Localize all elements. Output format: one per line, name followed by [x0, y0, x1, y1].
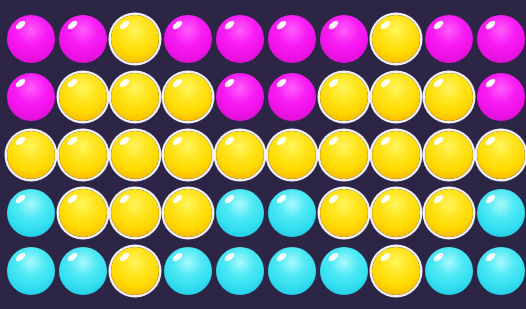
gloss-highlight-icon: [484, 77, 496, 89]
bubble-yellow[interactable]: [425, 131, 473, 179]
gloss-highlight-icon: [14, 135, 26, 147]
gloss-highlight-icon: [327, 77, 339, 89]
bubble-cyan[interactable]: [425, 247, 473, 295]
bubble-magenta[interactable]: [7, 73, 55, 121]
gloss-highlight-icon: [119, 77, 131, 89]
gloss-highlight-icon: [67, 19, 79, 31]
bubble-yellow[interactable]: [320, 131, 368, 179]
gloss-highlight-icon: [327, 193, 339, 205]
gloss-highlight-icon: [432, 77, 444, 89]
gloss-highlight-icon: [432, 19, 444, 31]
gloss-highlight-icon: [432, 135, 444, 147]
gloss-highlight-icon: [223, 251, 235, 263]
bubble-yellow[interactable]: [7, 131, 55, 179]
bubble-yellow[interactable]: [59, 131, 107, 179]
bubble-yellow[interactable]: [320, 189, 368, 237]
gloss-highlight-icon: [484, 193, 496, 205]
gloss-highlight-icon: [119, 135, 131, 147]
bubble-magenta[interactable]: [59, 15, 107, 63]
gloss-highlight-icon: [14, 251, 26, 263]
bubble-yellow[interactable]: [111, 73, 159, 121]
gloss-highlight-icon: [380, 251, 392, 263]
gloss-highlight-icon: [67, 135, 79, 147]
bubble-cyan[interactable]: [477, 189, 525, 237]
gloss-highlight-icon: [14, 19, 26, 31]
bubble-cyan[interactable]: [477, 247, 525, 295]
gloss-highlight-icon: [223, 77, 235, 89]
gloss-highlight-icon: [432, 193, 444, 205]
gloss-highlight-icon: [275, 77, 287, 89]
gloss-highlight-icon: [275, 193, 287, 205]
bubble-yellow[interactable]: [425, 189, 473, 237]
bubble-magenta[interactable]: [477, 15, 525, 63]
bubble-yellow[interactable]: [372, 247, 420, 295]
gloss-highlight-icon: [275, 19, 287, 31]
gloss-highlight-icon: [380, 77, 392, 89]
bubble-yellow[interactable]: [164, 73, 212, 121]
gloss-highlight-icon: [14, 77, 26, 89]
bubble-yellow[interactable]: [372, 189, 420, 237]
gloss-highlight-icon: [119, 193, 131, 205]
bubble-yellow[interactable]: [268, 131, 316, 179]
bubble-cyan[interactable]: [268, 189, 316, 237]
gloss-highlight-icon: [171, 135, 183, 147]
bubble-board: [0, 0, 526, 295]
bubble-cyan[interactable]: [7, 247, 55, 295]
bubble-yellow[interactable]: [320, 73, 368, 121]
gloss-highlight-icon: [119, 19, 131, 31]
bubble-magenta[interactable]: [164, 15, 212, 63]
bubble-cyan[interactable]: [164, 247, 212, 295]
bubble-magenta[interactable]: [477, 73, 525, 121]
gloss-highlight-icon: [484, 19, 496, 31]
game-stage: [0, 0, 526, 309]
bubble-cyan[interactable]: [320, 247, 368, 295]
bubble-magenta[interactable]: [216, 73, 264, 121]
gloss-highlight-icon: [171, 19, 183, 31]
bubble-yellow[interactable]: [111, 189, 159, 237]
bubble-yellow[interactable]: [372, 73, 420, 121]
gloss-highlight-icon: [432, 251, 444, 263]
bubble-yellow[interactable]: [164, 189, 212, 237]
gloss-highlight-icon: [380, 193, 392, 205]
bubble-yellow[interactable]: [216, 131, 264, 179]
gloss-highlight-icon: [223, 193, 235, 205]
bubble-magenta[interactable]: [425, 15, 473, 63]
bubble-yellow[interactable]: [372, 131, 420, 179]
gloss-highlight-icon: [275, 135, 287, 147]
gloss-highlight-icon: [67, 193, 79, 205]
bubble-cyan[interactable]: [216, 189, 264, 237]
bubble-magenta[interactable]: [268, 73, 316, 121]
gloss-highlight-icon: [484, 251, 496, 263]
bubble-cyan[interactable]: [59, 247, 107, 295]
gloss-highlight-icon: [119, 251, 131, 263]
bubble-magenta[interactable]: [216, 15, 264, 63]
bubble-cyan[interactable]: [268, 247, 316, 295]
bubble-yellow[interactable]: [59, 73, 107, 121]
gloss-highlight-icon: [223, 19, 235, 31]
bubble-yellow[interactable]: [111, 15, 159, 63]
bubble-yellow[interactable]: [59, 189, 107, 237]
gloss-highlight-icon: [223, 135, 235, 147]
bubble-yellow[interactable]: [111, 247, 159, 295]
gloss-highlight-icon: [171, 77, 183, 89]
bubble-cyan[interactable]: [216, 247, 264, 295]
bubble-yellow[interactable]: [372, 15, 420, 63]
bubble-yellow[interactable]: [164, 131, 212, 179]
gloss-highlight-icon: [67, 77, 79, 89]
gloss-highlight-icon: [14, 193, 26, 205]
bubble-magenta[interactable]: [7, 15, 55, 63]
bubble-yellow[interactable]: [111, 131, 159, 179]
bubble-yellow[interactable]: [425, 73, 473, 121]
gloss-highlight-icon: [67, 251, 79, 263]
bubble-magenta[interactable]: [268, 15, 316, 63]
gloss-highlight-icon: [380, 19, 392, 31]
bubble-yellow[interactable]: [477, 131, 525, 179]
gloss-highlight-icon: [171, 193, 183, 205]
gloss-highlight-icon: [484, 135, 496, 147]
bubble-magenta[interactable]: [320, 15, 368, 63]
gloss-highlight-icon: [327, 251, 339, 263]
gloss-highlight-icon: [327, 19, 339, 31]
gloss-highlight-icon: [380, 135, 392, 147]
bubble-cyan[interactable]: [7, 189, 55, 237]
gloss-highlight-icon: [327, 135, 339, 147]
gloss-highlight-icon: [171, 251, 183, 263]
gloss-highlight-icon: [275, 251, 287, 263]
